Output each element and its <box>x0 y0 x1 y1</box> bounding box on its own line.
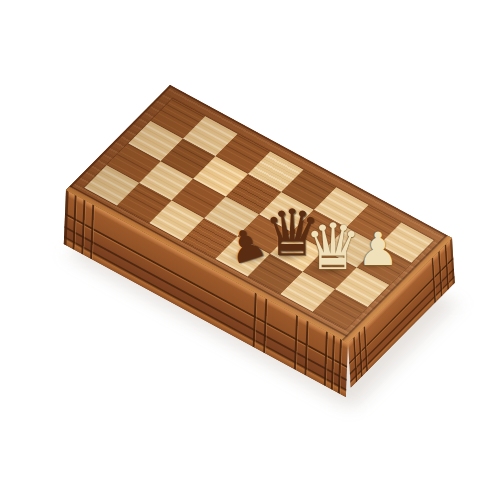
light-pawn-piece: ♟ <box>357 226 398 272</box>
light-queen-piece: ♛ <box>304 215 361 279</box>
pieces-layer: ♟ ♛ ♛ ♟ <box>0 0 500 500</box>
product-photo-canvas: ♟ ♛ ♛ ♟ <box>0 0 500 500</box>
